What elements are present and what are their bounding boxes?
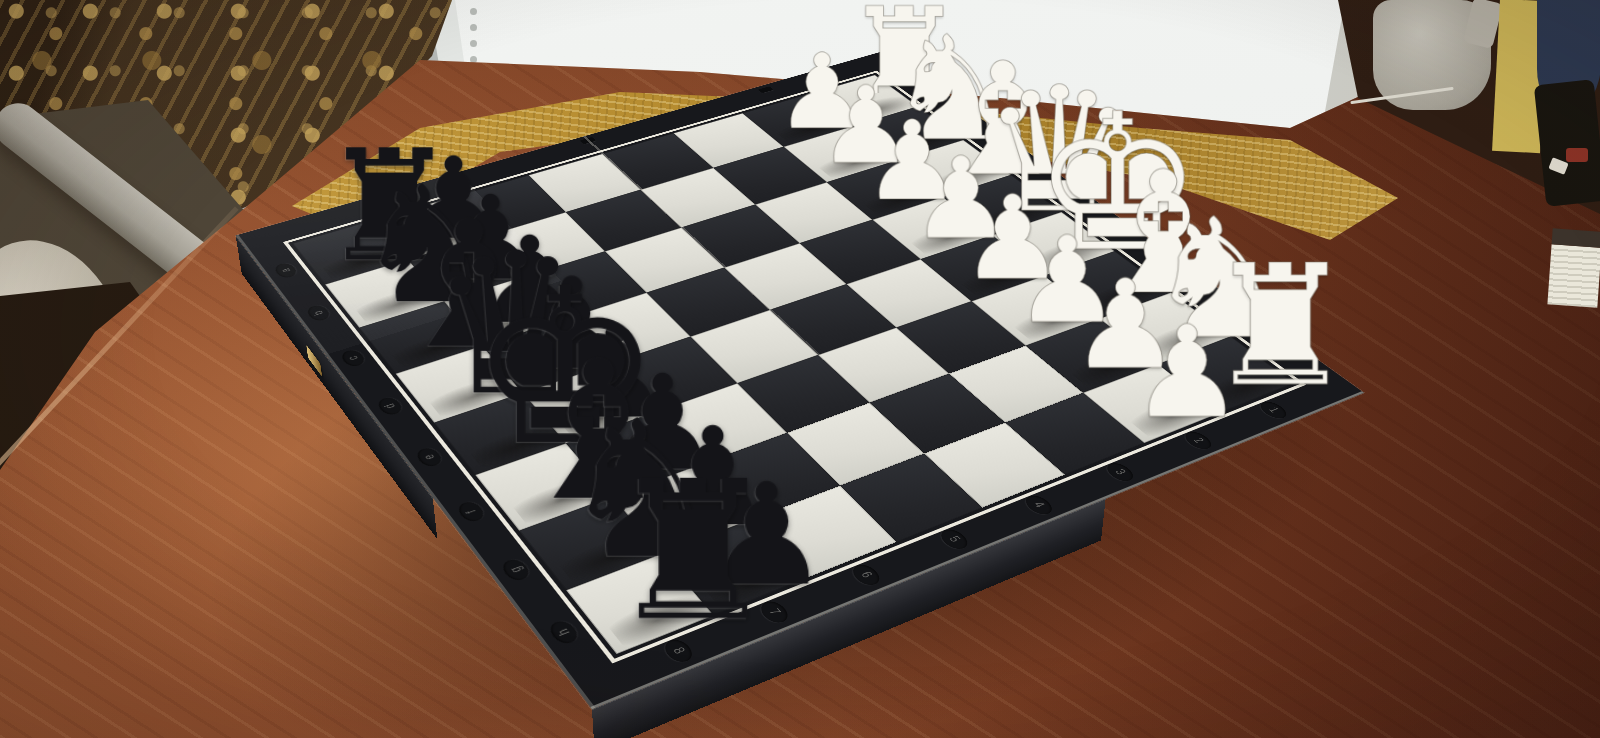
dark-hardware <box>1534 79 1600 207</box>
rank-label-3: 3 <box>1102 461 1138 484</box>
file-label-g: g <box>499 557 533 583</box>
file-label-h: h <box>546 618 582 646</box>
piece-white-pawn[interactable]: ♟ <box>1130 321 1228 425</box>
rank-label-4: 4 <box>1021 493 1057 517</box>
red-item <box>1566 148 1588 162</box>
file-label-d: d <box>375 395 406 416</box>
file-label-e: e <box>413 446 445 469</box>
photo-stage: ♜♟♟♜♞♟♟♞♝♟♟♝♛♟♟♛♚♟♟♚♝♟♟♝♞♟♟♞♜♟♟♜ 8765432… <box>0 0 1600 738</box>
piece-black-rook[interactable]: ♜ <box>608 473 719 631</box>
file-label-c: c <box>339 348 368 368</box>
paper-stack <box>1547 228 1600 307</box>
file-label-a: a <box>272 262 299 280</box>
file-label-f: f <box>455 499 488 523</box>
hinge-tab-icon <box>758 86 774 93</box>
rank-label-6: 6 <box>848 562 885 588</box>
file-label-b: b <box>304 304 332 323</box>
